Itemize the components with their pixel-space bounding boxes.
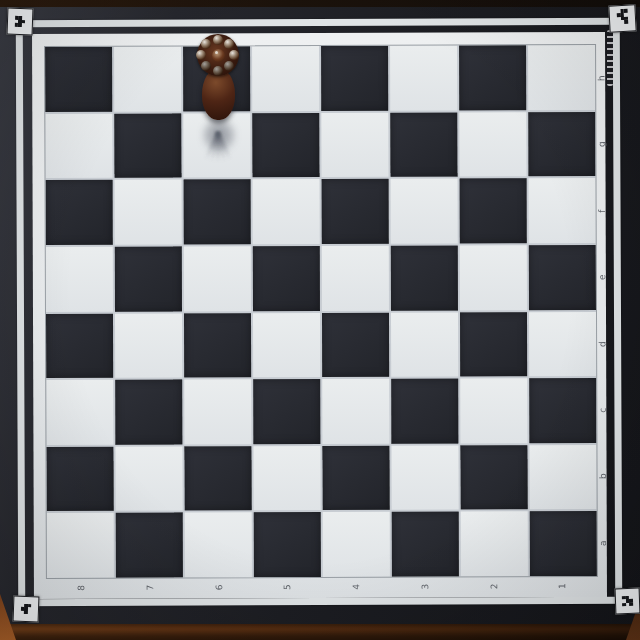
file-label-f: f — [569, 205, 635, 216]
marker-cell — [633, 606, 637, 610]
file-label-b: b — [570, 471, 636, 482]
file-labels-right: hgfedcba — [596, 45, 609, 576]
square-g7[interactable] — [114, 113, 181, 178]
square-g5[interactable] — [252, 113, 319, 178]
file-label-g: g — [569, 139, 635, 150]
coronet-point — [213, 35, 223, 45]
square-f7[interactable] — [115, 180, 182, 245]
fiducial-marker-bottom-right — [615, 588, 640, 615]
file-label-h: h — [568, 73, 634, 84]
rank-label-6: 6 — [211, 553, 227, 622]
square-d7[interactable] — [115, 313, 182, 378]
coronet-point — [201, 39, 211, 49]
square-e4[interactable] — [322, 246, 389, 311]
file-label-c: c — [570, 404, 636, 415]
square-c6[interactable] — [184, 379, 251, 444]
rank-label-3: 3 — [417, 552, 433, 621]
fiducial-marker-top-left — [7, 8, 34, 36]
piece-black-queen[interactable] — [192, 34, 244, 166]
rank-label-1: 1 — [554, 552, 570, 621]
file-label-e: e — [569, 272, 635, 283]
coronet-point — [229, 50, 239, 60]
coronet-point — [213, 66, 223, 76]
queen-coronet-center — [212, 49, 225, 62]
square-d6[interactable] — [184, 313, 251, 378]
chess-board — [45, 45, 597, 578]
square-e7[interactable] — [115, 246, 182, 311]
square-b4[interactable] — [322, 446, 389, 511]
square-g4[interactable] — [321, 112, 388, 177]
square-c2[interactable] — [460, 378, 527, 443]
square-f4[interactable] — [322, 179, 389, 244]
square-h3[interactable] — [390, 46, 457, 111]
square-b7[interactable] — [115, 446, 182, 511]
square-d2[interactable] — [460, 312, 527, 377]
square-b8[interactable] — [46, 446, 113, 511]
square-h5[interactable] — [252, 46, 319, 111]
table-wood-bottom — [0, 624, 640, 640]
board-sheet: 87654321 hgfedcba — [32, 32, 607, 599]
square-g2[interactable] — [459, 112, 526, 177]
file-label-d: d — [569, 338, 635, 349]
square-d4[interactable] — [322, 312, 389, 377]
square-d8[interactable] — [46, 313, 113, 378]
square-h8[interactable] — [45, 47, 112, 112]
square-b6[interactable] — [184, 446, 251, 511]
square-c4[interactable] — [322, 379, 389, 444]
square-h4[interactable] — [321, 46, 388, 111]
table-wood-top — [0, 0, 640, 7]
square-f8[interactable] — [46, 180, 113, 245]
square-f6[interactable] — [184, 179, 251, 244]
square-c8[interactable] — [46, 380, 113, 445]
square-b2[interactable] — [460, 445, 527, 510]
square-d3[interactable] — [391, 312, 458, 377]
file-label-a: a — [570, 537, 636, 548]
rank-label-2: 2 — [486, 552, 502, 621]
square-g3[interactable] — [390, 112, 457, 177]
square-h2[interactable] — [459, 45, 526, 110]
marker-cell — [31, 615, 35, 619]
square-c7[interactable] — [115, 380, 182, 445]
square-f5[interactable] — [253, 179, 320, 244]
square-e3[interactable] — [391, 245, 458, 310]
rank-label-8: 8 — [73, 553, 89, 622]
square-b3[interactable] — [391, 445, 458, 510]
square-c5[interactable] — [253, 379, 320, 444]
brand-text-vertical — [607, 30, 613, 86]
square-h7[interactable] — [114, 46, 181, 111]
square-d5[interactable] — [253, 312, 320, 377]
coronet-point — [196, 50, 206, 60]
rank-labels-bottom: 87654321 — [47, 578, 597, 596]
square-e6[interactable] — [184, 246, 251, 311]
square-e5[interactable] — [253, 246, 320, 311]
square-e2[interactable] — [460, 245, 527, 310]
marker-cell — [628, 24, 632, 28]
coronet-point — [201, 61, 211, 71]
square-b5[interactable] — [253, 446, 320, 511]
fiducial-marker-top-right — [608, 4, 636, 32]
square-f3[interactable] — [391, 179, 458, 244]
square-e8[interactable] — [46, 247, 113, 312]
rank-label-4: 4 — [348, 552, 364, 621]
square-c3[interactable] — [391, 379, 458, 444]
square-f2[interactable] — [460, 179, 527, 244]
fiducial-marker-bottom-left — [13, 596, 40, 623]
rank-label-5: 5 — [279, 553, 295, 622]
square-g8[interactable] — [45, 113, 112, 178]
rank-label-7: 7 — [142, 553, 158, 622]
marker-cell — [25, 27, 29, 31]
